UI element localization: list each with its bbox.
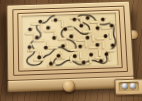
- hole-number-mark: [83, 45, 84, 46]
- maze-hole: [56, 54, 60, 58]
- maze-playfield: [21, 13, 118, 69]
- hole-number-mark: [77, 54, 78, 55]
- maze-hole: [103, 34, 107, 38]
- labyrinth-box: [6, 1, 135, 94]
- maze-wall: [108, 54, 111, 61]
- tilt-knob-front[interactable]: [63, 80, 76, 93]
- maze-hole: [111, 43, 115, 47]
- hole-number-mark: [100, 26, 101, 27]
- maze-wall: [109, 31, 112, 39]
- maze-hole: [95, 43, 99, 47]
- maze-hole: [82, 61, 86, 65]
- maze-wall: [58, 38, 67, 41]
- hole-number-mark: [100, 43, 101, 44]
- maze-hole: [27, 45, 31, 49]
- maze-wall: [70, 48, 79, 51]
- maze-wall: [92, 34, 95, 42]
- hole-number-mark: [43, 20, 44, 21]
- hole-number-mark: [103, 59, 104, 60]
- maze-hole: [35, 36, 39, 40]
- maze-hole: [78, 44, 82, 48]
- maze-wall: [99, 49, 102, 57]
- maze-wall: [85, 40, 88, 48]
- maze-hole: [101, 17, 105, 21]
- maze-hole: [53, 18, 57, 22]
- maze-hole: [73, 54, 77, 58]
- maze-wall: [25, 32, 34, 35]
- maze-hole: [85, 36, 89, 40]
- maze-hole: [46, 26, 50, 30]
- maze-wall: [96, 37, 105, 40]
- hole-number-mark: [94, 53, 95, 54]
- hole-number-mark: [105, 18, 106, 19]
- maze-wall: [49, 46, 59, 49]
- hole-number-mark: [90, 36, 91, 37]
- gimbal-frame-outer: [13, 7, 127, 75]
- table-surface: [0, 0, 142, 101]
- gimbal-frame-inner: [18, 11, 121, 71]
- maze-hole: [110, 24, 114, 28]
- hole-number-mark: [42, 56, 43, 57]
- ball-tray: [114, 79, 142, 96]
- maze-hole: [99, 59, 103, 63]
- gimbal-groove: [17, 10, 122, 72]
- hole-number-mark: [57, 36, 58, 37]
- maze-hole: [37, 55, 41, 59]
- hole-number-mark: [33, 28, 34, 29]
- maze-wall: [40, 24, 42, 32]
- maze-hole: [89, 53, 93, 57]
- maze-hole: [49, 62, 53, 66]
- maze-hole: [104, 52, 108, 56]
- maze-wall: [61, 20, 64, 28]
- maze-hole: [61, 44, 65, 48]
- maze-wall: [82, 30, 92, 33]
- maze-wall: [79, 51, 82, 59]
- hole-number-mark: [114, 24, 115, 25]
- ball-tray-well: [119, 82, 140, 92]
- maze-hole: [28, 27, 32, 31]
- maze-hole: [79, 24, 83, 28]
- rim-groove: [12, 6, 128, 76]
- maze-wall: [102, 41, 105, 49]
- maze-wall: [101, 27, 111, 30]
- hole-number-mark: [51, 26, 52, 27]
- maze-hole: [44, 46, 48, 50]
- maze-hole: [72, 18, 76, 22]
- maze-hole: [63, 27, 67, 31]
- maze-wall: [44, 30, 55, 33]
- maze-wall: [70, 55, 73, 62]
- hole-number-mark: [84, 24, 85, 25]
- steel-ball[interactable]: [130, 83, 136, 89]
- hole-number-mark: [109, 52, 110, 53]
- box-rim: [6, 1, 134, 81]
- maze-hole: [38, 20, 42, 24]
- maze-wall: [89, 57, 92, 64]
- maze-surface: [21, 13, 118, 69]
- hole-number-mark: [108, 34, 109, 35]
- maze-hole: [95, 26, 99, 30]
- maze-wall: [106, 49, 115, 52]
- maze-hole: [69, 34, 73, 38]
- maze-hole: [52, 36, 56, 40]
- steel-ball[interactable]: [122, 83, 128, 89]
- maze-hole: [86, 16, 90, 20]
- maze-wall: [60, 50, 63, 58]
